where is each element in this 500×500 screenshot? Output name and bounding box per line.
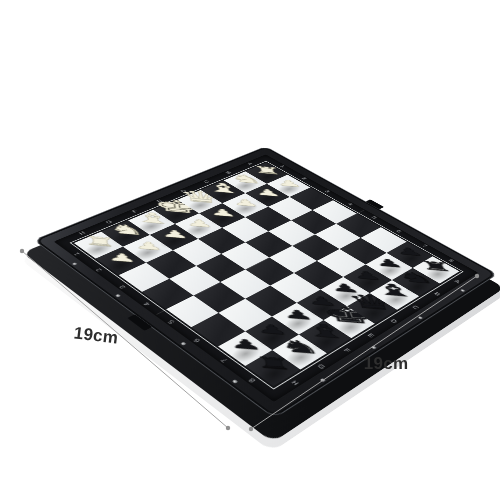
black-queen-d8: ♛ — [344, 290, 400, 313]
coord-rank-left-3: 3 — [118, 284, 127, 289]
piece-shadow — [101, 255, 140, 276]
black-pawn-e7: ♟ — [306, 294, 339, 308]
board-perspective-wrap: ♜♞♝♚♛♝♞♜♟♟♟♟♟♟♟♟♟♟♟♟♟♟♟♟♜♞♝♚♛♝♞♜ 11HH22G… — [0, 0, 500, 500]
square-g5 — [194, 282, 245, 313]
coord-rank-right-6: 6 — [395, 229, 402, 233]
square-f7: ♟ — [271, 303, 323, 335]
screw-dot-8 — [460, 289, 466, 292]
piece-shadow — [252, 360, 295, 388]
screw-dot-2 — [115, 294, 121, 298]
screw-dot-5 — [320, 378, 327, 382]
coord-rank-right-1: 1 — [279, 165, 286, 168]
screw-dot-1 — [72, 262, 78, 265]
piece-shadow — [331, 315, 370, 339]
square-h3 — [118, 262, 169, 291]
coord-file-bottom-h: H — [290, 380, 301, 387]
piece-shadow — [278, 312, 318, 336]
coord-file-bottom-c: C — [411, 305, 420, 311]
squares-grid: ♜♞♝♚♛♝♞♜♟♟♟♟♟♟♟♟♟♟♟♟♟♟♟♟♜♞♝♚♛♝♞♜ — [74, 163, 460, 387]
square-h8: ♜ — [245, 350, 301, 386]
square-e6 — [270, 273, 320, 303]
piece-shadow — [252, 326, 293, 351]
coord-file-top-e: E — [156, 199, 164, 203]
square-d8: ♛ — [347, 293, 397, 324]
screw-dot-7 — [418, 316, 424, 320]
black-knight-g8: ♞ — [278, 337, 323, 357]
square-c8: ♝ — [370, 280, 419, 310]
black-pawn-g7: ♟ — [256, 322, 290, 337]
coord-rank-right-2: 2 — [300, 177, 307, 180]
piece-shadow — [377, 288, 414, 310]
coord-rank-left-2: 2 — [95, 268, 104, 273]
white-pawn-h2: ♟ — [108, 251, 138, 264]
square-h2: ♟ — [96, 247, 146, 275]
black-bishop-f8: ♝ — [300, 320, 350, 341]
square-h4 — [142, 279, 194, 310]
black-bishop-c8: ♝ — [370, 280, 418, 299]
black-king-e8: ♚ — [319, 303, 379, 328]
square-d7: ♟ — [320, 277, 370, 307]
coord-file-bottom-a: A — [453, 279, 461, 284]
black-pawn-h7: ♟ — [229, 337, 264, 353]
piece-shadow — [355, 301, 393, 324]
coord-file-top-a: A — [246, 162, 254, 166]
screw-dot-4 — [232, 379, 239, 383]
coord-file-bottom-b: B — [432, 292, 441, 297]
coord-rank-left-6: 6 — [192, 338, 201, 344]
coord-rank-right-7: 7 — [421, 244, 428, 248]
square-h5 — [166, 295, 219, 327]
screw-dot-6 — [371, 345, 377, 349]
piece-shadow — [225, 341, 267, 367]
product-photo: ♜♞♝♚♛♝♞♜♟♟♟♟♟♟♟♟♟♟♟♟♟♟♟♟♜♞♝♚♛♝♞♜ 11HH22G… — [0, 0, 500, 500]
coord-file-bottom-e: E — [366, 333, 375, 339]
coord-file-top-h: H — [78, 231, 87, 236]
coord-rank-left-1: 1 — [73, 252, 82, 257]
coord-rank-left-7: 7 — [219, 357, 229, 363]
screw-dot-3 — [180, 342, 186, 346]
square-f4 — [196, 254, 245, 282]
piece-shadow — [306, 329, 346, 354]
coord-rank-right-5: 5 — [370, 216, 377, 220]
square-e5 — [245, 257, 294, 285]
coord-rank-right-4: 4 — [346, 202, 353, 206]
square-e7: ♟ — [296, 289, 347, 320]
piece-shadow — [327, 285, 364, 307]
square-f5 — [220, 270, 270, 299]
black-rook-h8: ♜ — [253, 354, 294, 373]
black-pawn-f7: ♟ — [281, 308, 315, 322]
square-g3 — [146, 250, 196, 278]
black-pawn-d7: ♟ — [329, 281, 362, 294]
piece-shadow — [420, 264, 455, 285]
square-g6 — [219, 299, 271, 331]
coord-file-bottom-g: G — [316, 363, 327, 370]
clasp-detail — [365, 199, 384, 209]
dimension-label-right: 19cm — [364, 354, 409, 374]
square-g8: ♞ — [272, 335, 326, 370]
coord-file-bottom-f: F — [342, 348, 351, 354]
coord-rank-right-8: 8 — [447, 258, 455, 262]
hinge-detail — [127, 314, 152, 331]
piece-shadow — [280, 344, 321, 370]
piece-shadow — [303, 298, 341, 321]
square-f8: ♝ — [298, 320, 351, 353]
piece-shadow — [399, 276, 435, 297]
square-h7: ♟ — [218, 331, 273, 366]
coord-rank-left-8: 8 — [247, 377, 257, 383]
board-surface: ♜♞♝♚♛♝♞♜♟♟♟♟♟♟♟♟♟♟♟♟♟♟♟♟♜♞♝♚♛♝♞♜ 11HH22G… — [54, 154, 479, 402]
square-g7: ♟ — [245, 316, 298, 349]
coord-file-bottom-d: D — [389, 318, 398, 324]
square-e8: ♚ — [323, 306, 375, 338]
piece-shadow — [128, 243, 166, 263]
coord-file-top-f: F — [131, 209, 139, 213]
coord-rank-left-5: 5 — [167, 319, 176, 324]
coord-file-top-b: B — [225, 171, 233, 175]
coord-rank-left-4: 4 — [142, 301, 151, 306]
coord-rank-right-3: 3 — [323, 189, 330, 193]
chess-board: ♜♞♝♚♛♝♞♜♟♟♟♟♟♟♟♟♟♟♟♟♟♟♟♟♜♞♝♚♛♝♞♜ 11HH22G… — [33, 146, 497, 418]
piece-shadow — [79, 239, 118, 259]
square-g4 — [169, 266, 220, 295]
piece-shadow — [350, 272, 386, 293]
square-f6 — [245, 286, 296, 317]
square-h6 — [191, 313, 245, 346]
